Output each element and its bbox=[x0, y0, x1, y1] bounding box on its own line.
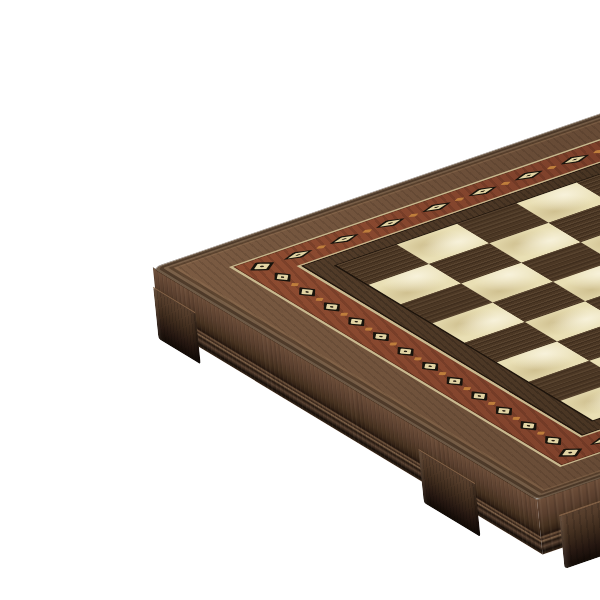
inlay-copper-diamond bbox=[545, 165, 559, 171]
inlay-copper-diamond bbox=[510, 415, 523, 421]
chessboard-product-photo bbox=[0, 0, 600, 600]
inlay-copper-diamond bbox=[314, 244, 328, 250]
inlay-diamond bbox=[439, 374, 471, 389]
inlay-diamond bbox=[365, 329, 397, 344]
inlay-copper-diamond bbox=[436, 371, 449, 377]
inlay-copper-diamond bbox=[337, 311, 350, 317]
inlay-diamond bbox=[488, 403, 520, 418]
inlay-diamond bbox=[243, 258, 280, 274]
inlay-copper-diamond bbox=[460, 386, 473, 392]
inlay-copper-diamond bbox=[288, 282, 301, 288]
inlay-diamond bbox=[513, 418, 545, 433]
inlay-diamond bbox=[414, 359, 446, 374]
inlay-copper-diamond bbox=[485, 400, 498, 406]
inlay-diamond bbox=[390, 344, 422, 359]
inlay-diamond bbox=[341, 314, 373, 329]
inlay-diamond bbox=[464, 389, 496, 404]
inlay-copper-diamond bbox=[362, 326, 375, 332]
inlay-diamond bbox=[552, 445, 589, 461]
inlay-copper-diamond bbox=[387, 341, 400, 347]
board-foot-corner bbox=[153, 286, 201, 364]
inlay-copper-diamond bbox=[360, 228, 374, 234]
inlay-copper-diamond bbox=[534, 430, 547, 436]
inlay-diamond bbox=[316, 299, 348, 314]
inlay-copper-diamond bbox=[499, 180, 513, 186]
inlay-copper-diamond bbox=[313, 296, 326, 302]
inlay-copper-diamond bbox=[406, 212, 420, 218]
inlay-copper-diamond bbox=[411, 356, 424, 362]
board-foot-right-side bbox=[559, 480, 600, 569]
inlay-copper-diamond bbox=[452, 196, 466, 202]
inlay-diamond bbox=[291, 285, 323, 300]
inlay-copper-diamond bbox=[591, 149, 600, 155]
board-foot-left-side bbox=[418, 448, 480, 537]
